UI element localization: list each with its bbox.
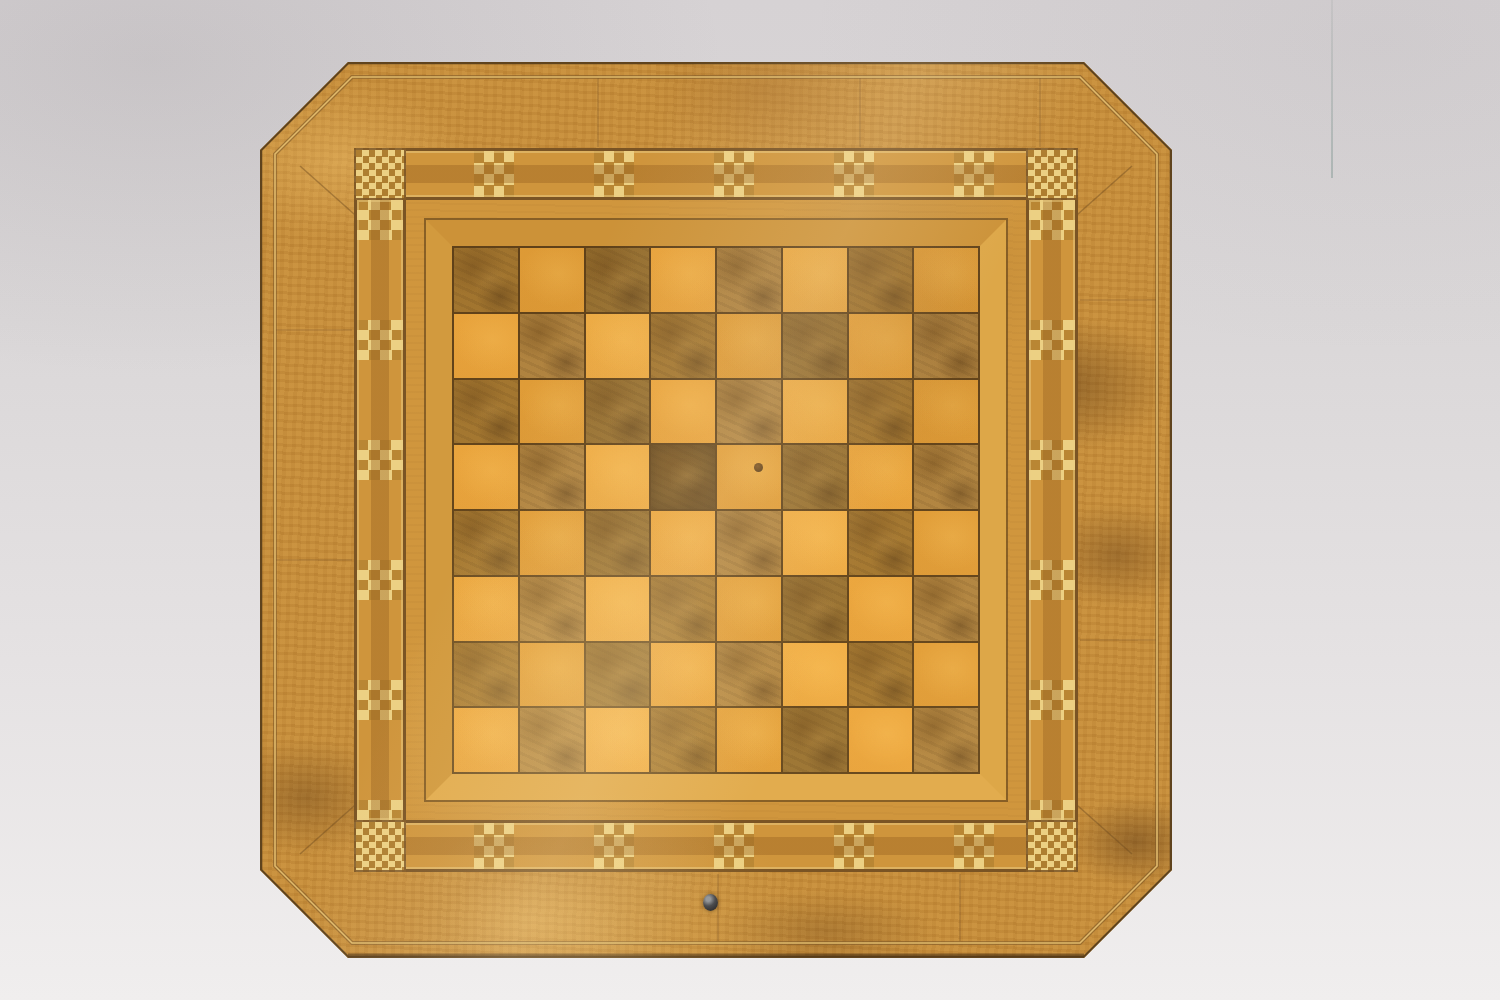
square-r2c8 <box>914 314 978 378</box>
square-r4c6 <box>783 445 847 509</box>
parquetry-band-corner-br <box>1026 820 1078 872</box>
square-r1c8 <box>914 248 978 312</box>
square-r2c1 <box>454 314 518 378</box>
parquetry-band-right <box>1026 200 1078 820</box>
square-r1c2 <box>520 248 584 312</box>
square-r1c5 <box>717 248 781 312</box>
square-r4c3 <box>586 445 650 509</box>
square-r1c4 <box>651 248 715 312</box>
square-r8c1 <box>454 708 518 772</box>
square-r2c3 <box>586 314 650 378</box>
square-r7c6 <box>783 643 847 707</box>
photo-backdrop <box>0 0 1500 1000</box>
parquetry-band-left <box>354 200 406 820</box>
square-r3c8 <box>914 380 978 444</box>
square-r8c4 <box>651 708 715 772</box>
square-r6c7 <box>849 577 913 641</box>
games-table-top <box>260 62 1172 958</box>
square-r3c1 <box>454 380 518 444</box>
square-r2c2 <box>520 314 584 378</box>
square-r8c5 <box>717 708 781 772</box>
square-r2c6 <box>783 314 847 378</box>
square-r1c1 <box>454 248 518 312</box>
square-r3c2 <box>520 380 584 444</box>
square-r5c5 <box>717 511 781 575</box>
square-r8c7 <box>849 708 913 772</box>
square-r7c1 <box>454 643 518 707</box>
parquetry-band <box>354 148 1078 872</box>
square-r6c1 <box>454 577 518 641</box>
escutcheon-hole <box>703 894 718 911</box>
square-r5c7 <box>849 511 913 575</box>
square-r5c6 <box>783 511 847 575</box>
backdrop-seam <box>1331 0 1333 178</box>
parquetry-band-corner-tl <box>354 148 406 200</box>
square-r6c5 <box>717 577 781 641</box>
square-r4c4 <box>651 445 715 509</box>
square-r6c3 <box>586 577 650 641</box>
square-r4c1 <box>454 445 518 509</box>
square-r2c7 <box>849 314 913 378</box>
square-r6c8 <box>914 577 978 641</box>
square-r1c3 <box>586 248 650 312</box>
square-r8c8 <box>914 708 978 772</box>
square-r4c5 <box>717 445 781 509</box>
square-r5c2 <box>520 511 584 575</box>
square-r4c8 <box>914 445 978 509</box>
square-r7c4 <box>651 643 715 707</box>
square-r7c7 <box>849 643 913 707</box>
square-r4c2 <box>520 445 584 509</box>
square-r3c7 <box>849 380 913 444</box>
square-r1c7 <box>849 248 913 312</box>
square-r7c3 <box>586 643 650 707</box>
square-r7c2 <box>520 643 584 707</box>
parquetry-band-top <box>354 148 1078 200</box>
square-r1c6 <box>783 248 847 312</box>
square-r8c3 <box>586 708 650 772</box>
square-r5c3 <box>586 511 650 575</box>
square-r6c4 <box>651 577 715 641</box>
square-r5c8 <box>914 511 978 575</box>
square-r3c3 <box>586 380 650 444</box>
square-r2c5 <box>717 314 781 378</box>
square-r5c1 <box>454 511 518 575</box>
square-r3c5 <box>717 380 781 444</box>
chess-board <box>452 246 980 774</box>
square-r8c6 <box>783 708 847 772</box>
square-r3c4 <box>651 380 715 444</box>
square-r8c2 <box>520 708 584 772</box>
square-r4c7 <box>849 445 913 509</box>
square-r3c6 <box>783 380 847 444</box>
square-r7c5 <box>717 643 781 707</box>
square-r7c8 <box>914 643 978 707</box>
parquetry-band-bottom <box>354 820 1078 872</box>
parquetry-band-corner-bl <box>354 820 406 872</box>
square-r2c4 <box>651 314 715 378</box>
square-r6c2 <box>520 577 584 641</box>
square-r6c6 <box>783 577 847 641</box>
parquetry-band-corner-tr <box>1026 148 1078 200</box>
square-r5c4 <box>651 511 715 575</box>
